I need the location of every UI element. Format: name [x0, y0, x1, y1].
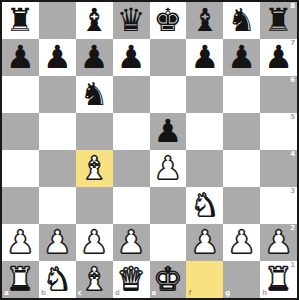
piece-black-pawn: ♟	[43, 41, 72, 73]
square-f7[interactable]: ♟	[186, 39, 223, 76]
piece-white-knight: ♞	[190, 189, 219, 221]
chess-board-frame: ♜♝♛♚♝♞♜8♟♟♟♟♟♟♟7♞6♟5♝♟4♞3♟♟♟♟♟♟♟2♜a♞b♝c♛…	[0, 0, 299, 300]
piece-white-pawn: ♟	[154, 152, 183, 184]
piece-black-pawn: ♟	[227, 41, 256, 73]
piece-black-rook: ♜	[6, 4, 35, 36]
square-f4[interactable]	[186, 150, 223, 187]
square-b4[interactable]	[39, 150, 76, 187]
square-h2[interactable]: ♟2	[260, 224, 297, 261]
piece-black-pawn: ♟	[154, 115, 183, 147]
square-f8[interactable]: ♝	[186, 2, 223, 39]
chess-board: ♜♝♛♚♝♞♜8♟♟♟♟♟♟♟7♞6♟5♝♟4♞3♟♟♟♟♟♟♟2♜a♞b♝c♛…	[2, 2, 297, 298]
square-d3[interactable]	[113, 187, 150, 224]
piece-white-pawn: ♟	[227, 226, 256, 258]
square-a2[interactable]: ♟	[2, 224, 39, 261]
rank-label-6: 6	[290, 77, 295, 84]
square-f3[interactable]: ♞	[186, 187, 223, 224]
square-g6[interactable]	[223, 76, 260, 113]
square-a5[interactable]	[2, 113, 39, 150]
rank-label-4: 4	[290, 151, 295, 158]
square-e1[interactable]: ♚e	[150, 261, 187, 298]
piece-white-knight: ♞	[43, 263, 72, 295]
piece-white-pawn: ♟	[43, 226, 72, 258]
square-a6[interactable]	[2, 76, 39, 113]
square-c7[interactable]: ♟	[76, 39, 113, 76]
square-c4[interactable]: ♝	[76, 150, 113, 187]
square-a8[interactable]: ♜	[2, 2, 39, 39]
square-d6[interactable]	[113, 76, 150, 113]
square-g4[interactable]	[223, 150, 260, 187]
square-b7[interactable]: ♟	[39, 39, 76, 76]
file-label-g: g	[225, 290, 230, 297]
square-g2[interactable]: ♟	[223, 224, 260, 261]
square-c2[interactable]: ♟	[76, 224, 113, 261]
square-f1[interactable]: f	[186, 261, 223, 298]
square-c1[interactable]: ♝c	[76, 261, 113, 298]
piece-white-pawn: ♟	[190, 226, 219, 258]
square-d2[interactable]: ♟	[113, 224, 150, 261]
piece-black-pawn: ♟	[80, 41, 109, 73]
piece-black-king: ♚	[154, 4, 183, 36]
square-d5[interactable]	[113, 113, 150, 150]
square-e2[interactable]	[150, 224, 187, 261]
rank-label-5: 5	[290, 114, 295, 121]
piece-black-rook: ♜	[264, 4, 293, 36]
square-e7[interactable]	[150, 39, 187, 76]
square-h1[interactable]: ♜1h	[260, 261, 297, 298]
square-f6[interactable]	[186, 76, 223, 113]
piece-black-pawn: ♟	[117, 41, 146, 73]
square-b3[interactable]	[39, 187, 76, 224]
square-a7[interactable]: ♟	[2, 39, 39, 76]
square-h5[interactable]: 5	[260, 113, 297, 150]
square-g5[interactable]	[223, 113, 260, 150]
square-c6[interactable]: ♞	[76, 76, 113, 113]
square-a3[interactable]	[2, 187, 39, 224]
square-b2[interactable]: ♟	[39, 224, 76, 261]
piece-black-pawn: ♟	[6, 41, 35, 73]
square-b8[interactable]	[39, 2, 76, 39]
square-d1[interactable]: ♛d	[113, 261, 150, 298]
piece-white-bishop: ♝	[80, 263, 109, 295]
square-h6[interactable]: 6	[260, 76, 297, 113]
piece-black-bishop: ♝	[190, 4, 219, 36]
square-e5[interactable]: ♟	[150, 113, 187, 150]
square-c8[interactable]: ♝	[76, 2, 113, 39]
square-g1[interactable]: g	[223, 261, 260, 298]
piece-white-pawn: ♟	[117, 226, 146, 258]
piece-white-rook: ♜	[6, 263, 35, 295]
piece-black-pawn: ♟	[190, 41, 219, 73]
square-e8[interactable]: ♚	[150, 2, 187, 39]
square-b6[interactable]	[39, 76, 76, 113]
piece-white-king: ♚	[154, 263, 183, 295]
square-d8[interactable]: ♛	[113, 2, 150, 39]
square-d4[interactable]	[113, 150, 150, 187]
square-g8[interactable]: ♞	[223, 2, 260, 39]
piece-white-pawn: ♟	[6, 226, 35, 258]
square-g7[interactable]: ♟	[223, 39, 260, 76]
piece-black-pawn: ♟	[264, 41, 293, 73]
piece-black-knight: ♞	[80, 78, 109, 110]
square-f5[interactable]	[186, 113, 223, 150]
piece-black-queen: ♛	[117, 4, 146, 36]
file-label-f: f	[188, 290, 191, 297]
piece-white-pawn: ♟	[264, 226, 293, 258]
square-e6[interactable]	[150, 76, 187, 113]
square-a1[interactable]: ♜a	[2, 261, 39, 298]
piece-white-bishop: ♝	[80, 152, 109, 184]
rank-label-3: 3	[290, 188, 295, 195]
square-f2[interactable]: ♟	[186, 224, 223, 261]
piece-white-rook: ♜	[264, 263, 293, 295]
square-c5[interactable]	[76, 113, 113, 150]
square-b5[interactable]	[39, 113, 76, 150]
piece-white-queen: ♛	[117, 263, 146, 295]
piece-black-knight: ♞	[227, 4, 256, 36]
square-d7[interactable]: ♟	[113, 39, 150, 76]
square-a4[interactable]	[2, 150, 39, 187]
square-b1[interactable]: ♞b	[39, 261, 76, 298]
square-h8[interactable]: ♜8	[260, 2, 297, 39]
piece-black-bishop: ♝	[80, 4, 109, 36]
square-h4[interactable]: 4	[260, 150, 297, 187]
square-h3[interactable]: 3	[260, 187, 297, 224]
square-e4[interactable]: ♟	[150, 150, 187, 187]
square-g3[interactable]	[223, 187, 260, 224]
square-e3[interactable]	[150, 187, 187, 224]
square-h7[interactable]: ♟7	[260, 39, 297, 76]
piece-white-pawn: ♟	[80, 226, 109, 258]
square-c3[interactable]	[76, 187, 113, 224]
